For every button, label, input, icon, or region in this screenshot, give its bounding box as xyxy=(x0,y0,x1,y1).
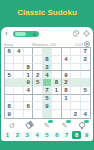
cell-r9c3[interactable] xyxy=(24,110,33,118)
mistakes-counter: Mistakes: 0/3 xyxy=(32,42,56,47)
cell-r4c5[interactable]: 4 xyxy=(43,71,52,79)
cell-r4c1[interactable]: 5 xyxy=(5,71,14,79)
numpad-key-4[interactable]: 4 xyxy=(33,131,42,139)
numpad-key-8[interactable]: 8 xyxy=(72,131,81,139)
cell-r9c7[interactable] xyxy=(62,110,71,118)
auto-notes-button[interactable]: ✎ xyxy=(60,121,69,130)
cell-r8c5[interactable]: 9 xyxy=(43,102,52,110)
cell-r9c4[interactable] xyxy=(33,110,42,118)
tool-row: ↺✎✎ xyxy=(3,120,91,130)
cell-r2c7[interactable]: 4 xyxy=(62,56,71,64)
cell-r2c3[interactable] xyxy=(24,56,33,64)
cell-r7c9[interactable] xyxy=(81,95,90,103)
top-bar: ‹ xyxy=(4,29,90,39)
cell-r5c3[interactable]: 9 xyxy=(24,79,33,87)
cell-r4c4[interactable]: 2 xyxy=(33,71,42,79)
cell-r8c9[interactable] xyxy=(81,102,90,110)
cell-r3c5[interactable]: 3 xyxy=(43,64,52,72)
cell-r9c5[interactable] xyxy=(43,110,52,118)
difficulty-label: Easy xyxy=(4,42,13,47)
cell-r5c7[interactable]: 2 xyxy=(62,79,71,87)
cell-r9c9[interactable]: 4 xyxy=(81,110,90,118)
cell-r2c1[interactable] xyxy=(5,56,14,64)
cell-r7c5[interactable]: 5 xyxy=(43,95,52,103)
cell-r8c7[interactable] xyxy=(62,102,71,110)
cell-r8c1[interactable]: 8 xyxy=(5,102,14,110)
cell-r5c6[interactable]: 8 xyxy=(52,79,61,87)
cell-r3c7[interactable] xyxy=(62,64,71,72)
lightbulb-icon xyxy=(79,122,85,128)
cell-r5c5[interactable] xyxy=(43,79,52,87)
cell-r4c8[interactable] xyxy=(71,71,80,79)
cell-r5c2[interactable] xyxy=(14,79,23,87)
cell-r6c2[interactable] xyxy=(14,87,23,95)
cell-r6c6[interactable]: 1 xyxy=(52,87,61,95)
cell-r6c5[interactable]: 7 xyxy=(43,87,52,95)
cell-r5c4[interactable]: 5 xyxy=(33,79,42,87)
cell-r1c1[interactable]: 6 xyxy=(5,48,14,56)
auto-notes-badge xyxy=(66,120,71,123)
cell-r2c4[interactable] xyxy=(33,56,42,64)
cell-r9c8[interactable]: 2 xyxy=(71,110,80,118)
cell-r1c8[interactable] xyxy=(71,48,80,56)
cell-r8c2[interactable] xyxy=(14,102,23,110)
progress-dot-icon xyxy=(33,33,36,36)
cell-r3c1[interactable] xyxy=(5,64,14,72)
numpad-key-6[interactable]: 6 xyxy=(52,131,61,139)
notes-button[interactable]: ✎ xyxy=(42,121,51,130)
cell-r1c4[interactable] xyxy=(33,48,42,56)
back-button[interactable]: ‹ xyxy=(5,29,8,39)
cell-r8c4[interactable] xyxy=(33,102,42,110)
level-progress-chip[interactable] xyxy=(13,31,39,37)
cell-r1c9[interactable]: 7 xyxy=(81,48,90,56)
cell-r8c8[interactable] xyxy=(71,102,80,110)
sudoku-board: 647842835124995824718551869924 xyxy=(4,47,91,119)
cell-r1c6[interactable] xyxy=(52,48,61,56)
auto-notes-icon: ✎ xyxy=(62,122,68,129)
cell-r1c2[interactable]: 4 xyxy=(14,48,23,56)
cell-r7c8[interactable] xyxy=(71,95,80,103)
cell-r7c7[interactable]: 1 xyxy=(62,95,71,103)
cell-r3c8[interactable] xyxy=(71,64,80,72)
cell-r3c9[interactable] xyxy=(81,64,90,72)
cell-r6c3[interactable]: 4 xyxy=(24,87,33,95)
cell-r4c7[interactable]: 9 xyxy=(62,71,71,79)
cell-r2c6[interactable] xyxy=(52,56,61,64)
numpad-key-2[interactable]: 2 xyxy=(13,131,22,139)
cell-r3c6[interactable] xyxy=(52,64,61,72)
game-card: ‹ xyxy=(1,27,93,141)
numpad-key-1[interactable]: 1 xyxy=(3,131,12,139)
cell-r3c2[interactable] xyxy=(14,64,23,72)
progress-segment xyxy=(15,32,26,36)
cell-r5c9[interactable] xyxy=(81,79,90,87)
app-screen: { "app": { "title": "Classic Sudoku" }, … xyxy=(0,0,94,150)
cell-r5c8[interactable] xyxy=(71,79,80,87)
undo-button[interactable]: ↺ xyxy=(7,121,16,130)
cell-r3c3[interactable]: 8 xyxy=(24,64,33,72)
cell-r1c5[interactable] xyxy=(43,48,52,56)
cell-r9c1[interactable]: 9 xyxy=(5,110,14,118)
page-title: Classic Sudoku xyxy=(0,8,94,17)
cell-r2c9[interactable]: 2 xyxy=(81,56,90,64)
cell-r7c1[interactable] xyxy=(5,95,14,103)
time-value: 0:07 xyxy=(75,42,83,47)
cell-r7c6[interactable] xyxy=(52,95,61,103)
notes-icon: ✎ xyxy=(44,122,50,129)
cell-r6c9[interactable]: 5 xyxy=(81,87,90,95)
eraser-icon xyxy=(25,121,34,130)
numpad-key-3[interactable]: 3 xyxy=(23,131,32,139)
cell-r4c9[interactable] xyxy=(81,71,90,79)
undo-icon: ↺ xyxy=(9,122,15,129)
number-pad: 123456789 xyxy=(3,131,91,139)
cell-r8c3[interactable]: 6 xyxy=(24,102,33,110)
cell-r4c2[interactable] xyxy=(14,71,23,79)
cell-r1c7[interactable] xyxy=(62,48,71,56)
numpad-key-9[interactable]: 9 xyxy=(82,131,91,139)
notes-badge xyxy=(48,120,53,123)
cell-r7c4[interactable] xyxy=(33,95,42,103)
hint-button[interactable] xyxy=(78,121,87,130)
cell-r2c8[interactable] xyxy=(71,56,80,64)
cell-r7c3[interactable] xyxy=(24,95,33,103)
cell-r5c1[interactable] xyxy=(5,79,14,87)
cell-r4c3[interactable]: 1 xyxy=(24,71,33,79)
cell-r9c6[interactable] xyxy=(52,110,61,118)
numpad-key-7[interactable]: 7 xyxy=(62,131,71,139)
cell-r3c4[interactable] xyxy=(33,64,42,72)
numpad-key-5[interactable]: 5 xyxy=(43,131,52,139)
cell-r4c6[interactable] xyxy=(52,71,61,79)
cell-r2c2[interactable] xyxy=(14,56,23,64)
theme-palette-icon[interactable] xyxy=(73,30,80,37)
settings-gear-icon[interactable] xyxy=(83,30,90,37)
cell-r6c8[interactable] xyxy=(71,87,80,95)
hint-badge xyxy=(84,120,89,123)
cell-r9c2[interactable] xyxy=(14,110,23,118)
cell-r2c5[interactable]: 8 xyxy=(43,56,52,64)
cell-r6c4[interactable] xyxy=(33,87,42,95)
cell-r1c3[interactable] xyxy=(24,48,33,56)
erase-button[interactable] xyxy=(25,121,34,130)
cell-r8c6[interactable] xyxy=(52,102,61,110)
cell-r7c2[interactable] xyxy=(14,95,23,103)
cell-r6c7[interactable]: 8 xyxy=(62,87,71,95)
cell-r6c1[interactable] xyxy=(5,87,14,95)
